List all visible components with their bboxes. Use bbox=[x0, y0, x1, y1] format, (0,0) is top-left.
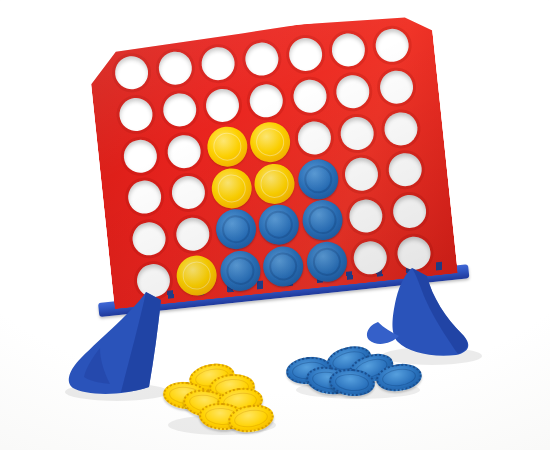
hole bbox=[131, 221, 167, 257]
yellow-disc[interactable] bbox=[208, 372, 256, 402]
hole bbox=[330, 32, 366, 68]
cell-r2c2[interactable] bbox=[156, 87, 204, 133]
cell-r4c2[interactable] bbox=[164, 170, 212, 216]
hole bbox=[122, 138, 158, 174]
yellow-piece[interactable] bbox=[210, 166, 254, 210]
cell-r3c4[interactable] bbox=[247, 119, 295, 165]
hole bbox=[348, 198, 384, 234]
hole bbox=[287, 37, 323, 73]
hole bbox=[396, 235, 432, 271]
yellow-disc[interactable] bbox=[216, 385, 265, 417]
cell-r6c5[interactable] bbox=[303, 239, 351, 285]
cell-r5c1[interactable] bbox=[126, 216, 174, 262]
board-grid bbox=[108, 23, 437, 304]
cell-r1c4[interactable] bbox=[238, 36, 286, 82]
yellow-disc[interactable] bbox=[198, 401, 246, 431]
cell-r6c7[interactable] bbox=[390, 230, 438, 276]
cell-r2c3[interactable] bbox=[199, 82, 247, 128]
hole bbox=[114, 55, 150, 91]
blue-disc[interactable] bbox=[374, 361, 423, 394]
yellow-disc[interactable] bbox=[181, 387, 231, 421]
cell-r3c7[interactable] bbox=[377, 106, 425, 152]
cell-r6c4[interactable] bbox=[260, 244, 308, 290]
hole bbox=[335, 74, 371, 110]
hole bbox=[339, 115, 375, 151]
hole bbox=[118, 96, 154, 132]
cell-r5c3[interactable] bbox=[212, 207, 260, 253]
hole bbox=[391, 193, 427, 229]
hole bbox=[161, 92, 197, 128]
blue-piece[interactable] bbox=[262, 245, 306, 289]
cell-r6c2[interactable] bbox=[173, 253, 221, 299]
cell-r2c4[interactable] bbox=[242, 78, 290, 124]
cell-r2c6[interactable] bbox=[329, 69, 377, 115]
cell-r5c5[interactable] bbox=[299, 198, 347, 244]
yellow-piece[interactable] bbox=[253, 162, 297, 206]
hole bbox=[382, 110, 418, 146]
cell-r1c7[interactable] bbox=[368, 23, 416, 69]
hole bbox=[374, 28, 410, 64]
cell-r5c2[interactable] bbox=[169, 211, 217, 257]
yellow-disc[interactable] bbox=[226, 402, 276, 436]
cell-r5c4[interactable] bbox=[255, 202, 303, 248]
cell-r4c5[interactable] bbox=[294, 156, 342, 202]
cell-r3c3[interactable] bbox=[203, 124, 251, 170]
blue-disc[interactable] bbox=[345, 349, 397, 389]
cell-r4c7[interactable] bbox=[381, 147, 429, 193]
hole bbox=[127, 179, 163, 215]
board-frame bbox=[87, 11, 458, 310]
cell-r4c6[interactable] bbox=[338, 152, 386, 198]
blue-piece[interactable] bbox=[257, 203, 301, 247]
cell-r5c7[interactable] bbox=[385, 188, 433, 234]
blue-disc[interactable] bbox=[285, 355, 334, 387]
blue-piece[interactable] bbox=[305, 240, 349, 284]
cell-r1c3[interactable] bbox=[195, 41, 243, 87]
cell-r1c6[interactable] bbox=[325, 27, 373, 73]
yellow-piece[interactable] bbox=[205, 125, 249, 169]
cell-r1c2[interactable] bbox=[151, 46, 199, 92]
hole bbox=[378, 69, 414, 105]
cell-r4c3[interactable] bbox=[208, 165, 256, 211]
yellow-piece[interactable] bbox=[175, 254, 219, 298]
hole bbox=[166, 133, 202, 169]
blue-disc[interactable] bbox=[323, 342, 374, 379]
hole bbox=[205, 87, 241, 123]
cell-r1c5[interactable] bbox=[281, 32, 329, 78]
hole bbox=[170, 175, 206, 211]
cell-r6c3[interactable] bbox=[217, 248, 265, 294]
cell-r4c1[interactable] bbox=[121, 174, 169, 220]
hole bbox=[344, 156, 380, 192]
cell-r6c6[interactable] bbox=[347, 234, 395, 280]
cell-r3c6[interactable] bbox=[333, 110, 381, 156]
cell-r2c5[interactable] bbox=[286, 73, 334, 119]
hole bbox=[157, 50, 193, 86]
blue-disc[interactable] bbox=[304, 364, 354, 398]
cell-r4c4[interactable] bbox=[251, 161, 299, 207]
hole bbox=[296, 120, 332, 156]
cell-r2c1[interactable] bbox=[112, 91, 160, 137]
cell-r3c1[interactable] bbox=[117, 133, 165, 179]
blue-disc[interactable] bbox=[328, 367, 376, 398]
yellow-disc[interactable] bbox=[162, 380, 211, 412]
hole bbox=[200, 46, 236, 82]
hole bbox=[291, 78, 327, 114]
yellow-disc[interactable] bbox=[187, 360, 237, 395]
cell-r5c6[interactable] bbox=[342, 193, 390, 239]
cell-r3c2[interactable] bbox=[160, 128, 208, 174]
blue-piece[interactable] bbox=[301, 199, 345, 243]
hole bbox=[136, 262, 172, 298]
cell-r6c1[interactable] bbox=[130, 257, 178, 303]
hole bbox=[387, 152, 423, 188]
hole bbox=[248, 83, 284, 119]
blue-piece[interactable] bbox=[214, 208, 258, 252]
cell-r1c1[interactable] bbox=[108, 50, 156, 96]
cell-r3c5[interactable] bbox=[290, 115, 338, 161]
yellow-piece[interactable] bbox=[249, 120, 293, 164]
hole bbox=[352, 239, 388, 275]
game-board bbox=[87, 11, 458, 310]
hole bbox=[175, 216, 211, 252]
cell-r2c7[interactable] bbox=[372, 64, 420, 110]
blue-piece[interactable] bbox=[218, 249, 262, 293]
blue-piece[interactable] bbox=[296, 157, 340, 201]
connect-four-scene bbox=[0, 0, 550, 450]
hole bbox=[244, 41, 280, 77]
